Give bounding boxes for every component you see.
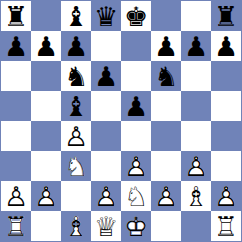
black-bishop: ♝ <box>61 91 91 121</box>
black-pawn: ♟ <box>31 31 61 61</box>
white-queen: ♕ <box>91 211 121 241</box>
white-rook: ♖ <box>1 211 31 241</box>
square-c1[interactable]: ♝♗ <box>61 211 91 241</box>
square-b2[interactable]: ♟♙ <box>31 181 61 211</box>
square-b7[interactable]: ♟ <box>31 31 61 61</box>
square-e7[interactable] <box>121 31 151 61</box>
white-pawn: ♙ <box>151 181 181 211</box>
square-d2[interactable]: ♟♙ <box>91 181 121 211</box>
square-g5[interactable] <box>181 91 211 121</box>
white-knight: ♘ <box>121 181 151 211</box>
black-pawn: ♟ <box>211 31 241 61</box>
square-b1[interactable] <box>31 211 61 241</box>
square-d5[interactable] <box>91 91 121 121</box>
square-a5[interactable] <box>1 91 31 121</box>
square-c5[interactable]: ♝ <box>61 91 91 121</box>
square-h3[interactable] <box>211 151 241 181</box>
square-a3[interactable] <box>1 151 31 181</box>
square-g7[interactable]: ♟ <box>181 31 211 61</box>
square-e3[interactable]: ♟♙ <box>121 151 151 181</box>
square-d7[interactable] <box>91 31 121 61</box>
square-h6[interactable] <box>211 61 241 91</box>
white-pawn: ♙ <box>121 151 151 181</box>
square-f2[interactable]: ♟♙ <box>151 181 181 211</box>
square-a6[interactable] <box>1 61 31 91</box>
black-rook: ♜ <box>211 1 241 31</box>
chess-board-grid: ♜♝♛♚♜♟♟♟♟♟♟♞♟♞♝♟♟♙♞♘♟♙♟♙♟♙♟♙♟♙♞♘♟♙♝♗♟♙♜♖… <box>1 1 241 241</box>
black-pawn: ♟ <box>181 31 211 61</box>
square-d1[interactable]: ♛♕ <box>91 211 121 241</box>
square-b5[interactable] <box>31 91 61 121</box>
square-h4[interactable] <box>211 121 241 151</box>
square-h1[interactable]: ♜♖ <box>211 211 241 241</box>
square-a2[interactable]: ♟♙ <box>1 181 31 211</box>
black-knight: ♞ <box>61 61 91 91</box>
square-d8[interactable]: ♛ <box>91 1 121 31</box>
square-d6[interactable]: ♟ <box>91 61 121 91</box>
chess-board: ♜♝♛♚♜♟♟♟♟♟♟♞♟♞♝♟♟♙♞♘♟♙♟♙♟♙♟♙♟♙♞♘♟♙♝♗♟♙♜♖… <box>0 0 242 242</box>
square-b3[interactable] <box>31 151 61 181</box>
square-f6[interactable]: ♞ <box>151 61 181 91</box>
square-a1[interactable]: ♜♖ <box>1 211 31 241</box>
white-king: ♔ <box>121 211 151 241</box>
square-e8[interactable]: ♚ <box>121 1 151 31</box>
white-pawn: ♙ <box>181 151 211 181</box>
white-pawn: ♙ <box>211 181 241 211</box>
square-g3[interactable]: ♟♙ <box>181 151 211 181</box>
square-f8[interactable] <box>151 1 181 31</box>
white-knight: ♘ <box>61 151 91 181</box>
square-d4[interactable] <box>91 121 121 151</box>
square-a7[interactable]: ♟ <box>1 31 31 61</box>
square-c6[interactable]: ♞ <box>61 61 91 91</box>
square-c2[interactable] <box>61 181 91 211</box>
square-e5[interactable]: ♟ <box>121 91 151 121</box>
square-c8[interactable]: ♝ <box>61 1 91 31</box>
square-h7[interactable]: ♟ <box>211 31 241 61</box>
square-b4[interactable] <box>31 121 61 151</box>
square-g2[interactable]: ♝♗ <box>181 181 211 211</box>
square-g1[interactable] <box>181 211 211 241</box>
white-bishop: ♗ <box>181 181 211 211</box>
white-pawn: ♙ <box>31 181 61 211</box>
black-pawn: ♟ <box>121 91 151 121</box>
black-knight: ♞ <box>151 61 181 91</box>
black-queen: ♛ <box>91 1 121 31</box>
square-f4[interactable] <box>151 121 181 151</box>
white-rook: ♖ <box>211 211 241 241</box>
black-bishop: ♝ <box>61 1 91 31</box>
square-f5[interactable] <box>151 91 181 121</box>
square-f3[interactable] <box>151 151 181 181</box>
square-g4[interactable] <box>181 121 211 151</box>
square-g6[interactable] <box>181 61 211 91</box>
square-c3[interactable]: ♞♘ <box>61 151 91 181</box>
black-pawn: ♟ <box>91 61 121 91</box>
black-rook: ♜ <box>1 1 31 31</box>
black-pawn: ♟ <box>151 31 181 61</box>
white-pawn: ♙ <box>61 121 91 151</box>
square-f7[interactable]: ♟ <box>151 31 181 61</box>
black-pawn: ♟ <box>1 31 31 61</box>
square-d3[interactable] <box>91 151 121 181</box>
square-a4[interactable] <box>1 121 31 151</box>
square-g8[interactable] <box>181 1 211 31</box>
square-c4[interactable]: ♟♙ <box>61 121 91 151</box>
white-pawn: ♙ <box>91 181 121 211</box>
square-h5[interactable] <box>211 91 241 121</box>
square-h8[interactable]: ♜ <box>211 1 241 31</box>
white-bishop: ♗ <box>61 211 91 241</box>
square-c7[interactable]: ♟ <box>61 31 91 61</box>
square-h2[interactable]: ♟♙ <box>211 181 241 211</box>
square-f1[interactable] <box>151 211 181 241</box>
square-e2[interactable]: ♞♘ <box>121 181 151 211</box>
square-a8[interactable]: ♜ <box>1 1 31 31</box>
square-e6[interactable] <box>121 61 151 91</box>
square-b6[interactable] <box>31 61 61 91</box>
square-e4[interactable] <box>121 121 151 151</box>
white-pawn: ♙ <box>1 181 31 211</box>
square-b8[interactable] <box>31 1 61 31</box>
square-e1[interactable]: ♚♔ <box>121 211 151 241</box>
black-pawn: ♟ <box>61 31 91 61</box>
black-king: ♚ <box>121 1 151 31</box>
